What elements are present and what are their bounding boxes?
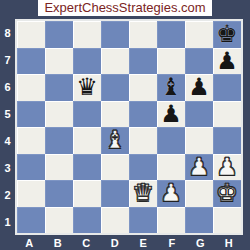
rank-label-4: 4 (0, 127, 15, 154)
file-labels: ABCDEFGH (15, 235, 243, 250)
square-e8[interactable] (129, 21, 157, 48)
square-f8[interactable] (157, 21, 185, 48)
file-label-f: F (158, 235, 187, 250)
square-a5[interactable] (17, 101, 45, 128)
square-a7[interactable] (17, 48, 45, 75)
square-e5[interactable] (129, 101, 157, 128)
square-b7[interactable] (45, 48, 73, 75)
square-d2[interactable] (101, 180, 129, 207)
square-g3[interactable]: ♟ (185, 154, 213, 181)
rank-label-1: 1 (0, 208, 15, 235)
site-title[interactable]: ExpertChessStrategies.com (44, 0, 205, 16)
square-h5[interactable] (213, 101, 241, 128)
file-label-a: A (15, 235, 44, 250)
square-e3[interactable] (129, 154, 157, 181)
square-g5[interactable] (185, 101, 213, 128)
square-a6[interactable] (17, 74, 45, 101)
square-c5[interactable] (73, 101, 101, 128)
black-king[interactable]: ♚ (216, 22, 238, 46)
chess-diagram: { "header": { "title": "ExpertChessStrat… (0, 0, 250, 250)
square-a2[interactable] (17, 180, 45, 207)
header-bar: ExpertChessStrategies.com (0, 0, 250, 16)
square-b4[interactable] (45, 127, 73, 154)
square-c6[interactable]: ♛ (73, 74, 101, 101)
square-h6[interactable] (213, 74, 241, 101)
square-b1[interactable] (45, 207, 73, 234)
square-c4[interactable] (73, 127, 101, 154)
file-label-e: E (129, 235, 158, 250)
square-a1[interactable] (17, 207, 45, 234)
square-e1[interactable] (129, 207, 157, 234)
square-d8[interactable] (101, 21, 129, 48)
square-c3[interactable] (73, 154, 101, 181)
white-pawn[interactable]: ♟ (160, 181, 182, 205)
white-pawn[interactable]: ♟ (188, 155, 210, 179)
rank-label-5: 5 (0, 100, 15, 127)
black-bishop[interactable]: ♝ (160, 75, 182, 99)
white-bishop[interactable]: ♝ (104, 128, 126, 152)
black-queen[interactable]: ♛ (76, 75, 98, 99)
square-a4[interactable] (17, 127, 45, 154)
square-f1[interactable] (157, 207, 185, 234)
square-c8[interactable] (73, 21, 101, 48)
square-c1[interactable] (73, 207, 101, 234)
file-label-h: H (215, 235, 244, 250)
square-b3[interactable] (45, 154, 73, 181)
square-f7[interactable] (157, 48, 185, 75)
square-h4[interactable] (213, 127, 241, 154)
square-b6[interactable] (45, 74, 73, 101)
board-frame: ♚♟♛♝♟♟♝♟♟♛♟♚ (15, 19, 243, 235)
square-d1[interactable] (101, 207, 129, 234)
white-pawn[interactable]: ♟ (216, 155, 238, 179)
black-pawn[interactable]: ♟ (188, 75, 210, 99)
square-e4[interactable] (129, 127, 157, 154)
square-h1[interactable] (213, 207, 241, 234)
square-b5[interactable] (45, 101, 73, 128)
rank-label-6: 6 (0, 73, 15, 100)
square-a8[interactable] (17, 21, 45, 48)
rank-labels: 87654321 (0, 19, 15, 235)
square-a3[interactable] (17, 154, 45, 181)
square-f4[interactable] (157, 127, 185, 154)
chess-board: ♚♟♛♝♟♟♝♟♟♛♟♚ (17, 21, 241, 233)
square-b8[interactable] (45, 21, 73, 48)
square-h3[interactable]: ♟ (213, 154, 241, 181)
square-c7[interactable] (73, 48, 101, 75)
square-e2[interactable]: ♛ (129, 180, 157, 207)
square-g7[interactable] (185, 48, 213, 75)
square-g8[interactable] (185, 21, 213, 48)
square-f6[interactable]: ♝ (157, 74, 185, 101)
file-label-d: D (101, 235, 130, 250)
file-label-g: G (186, 235, 215, 250)
square-e6[interactable] (129, 74, 157, 101)
square-d4[interactable]: ♝ (101, 127, 129, 154)
square-h8[interactable]: ♚ (213, 21, 241, 48)
square-e7[interactable] (129, 48, 157, 75)
square-d3[interactable] (101, 154, 129, 181)
square-d5[interactable] (101, 101, 129, 128)
rank-label-7: 7 (0, 46, 15, 73)
white-king[interactable]: ♚ (216, 181, 238, 205)
square-d7[interactable] (101, 48, 129, 75)
square-h7[interactable]: ♟ (213, 48, 241, 75)
rank-label-3: 3 (0, 154, 15, 181)
title-box: ExpertChessStrategies.com (38, 0, 211, 16)
rank-label-8: 8 (0, 19, 15, 46)
square-g4[interactable] (185, 127, 213, 154)
file-label-c: C (72, 235, 101, 250)
white-queen[interactable]: ♛ (132, 181, 154, 205)
square-g1[interactable] (185, 207, 213, 234)
square-f2[interactable]: ♟ (157, 180, 185, 207)
file-label-b: B (44, 235, 73, 250)
square-c2[interactable] (73, 180, 101, 207)
rank-label-2: 2 (0, 181, 15, 208)
square-h2[interactable]: ♚ (213, 180, 241, 207)
square-b2[interactable] (45, 180, 73, 207)
black-pawn[interactable]: ♟ (216, 49, 238, 73)
square-d6[interactable] (101, 74, 129, 101)
black-pawn[interactable]: ♟ (160, 102, 182, 126)
square-f3[interactable] (157, 154, 185, 181)
square-g2[interactable] (185, 180, 213, 207)
square-g6[interactable]: ♟ (185, 74, 213, 101)
square-f5[interactable]: ♟ (157, 101, 185, 128)
